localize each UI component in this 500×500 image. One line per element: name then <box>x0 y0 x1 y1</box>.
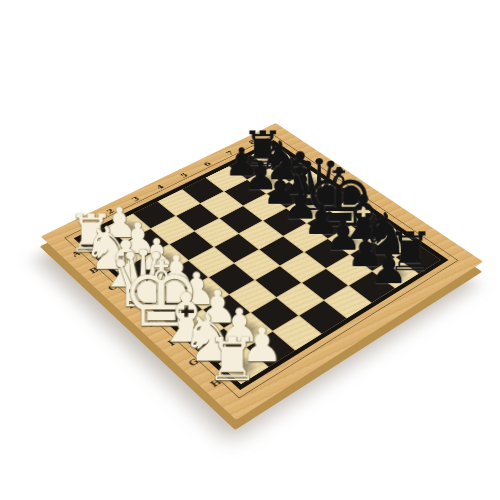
rank-label-5: 5 <box>178 171 189 178</box>
piece-white-rook-h1[interactable]: ♜ <box>206 333 259 386</box>
piece-black-pawn-h7[interactable]: ♟ <box>369 249 408 288</box>
product-photo-scene: ♜♞♝♛♚♝♞♜♟♟♟♟♟♟♟♟♟♟♟♟♟♟♟♟♜♞♝♛♚♝♞♜ ABCDEFG… <box>0 0 500 500</box>
rank-label-6: 6 <box>201 160 212 167</box>
chess-board: ♜♞♝♛♚♝♞♜♟♟♟♟♟♟♟♟♟♟♟♟♟♟♟♟♜♞♝♛♚♝♞♜ ABCDEFG… <box>41 123 483 420</box>
rank-label-4: 4 <box>154 183 165 190</box>
playing-field-frame: ♜♞♝♛♚♝♞♜♟♟♟♟♟♟♟♟♟♟♟♟♟♟♟♟♜♞♝♛♚♝♞♜ <box>74 140 449 390</box>
